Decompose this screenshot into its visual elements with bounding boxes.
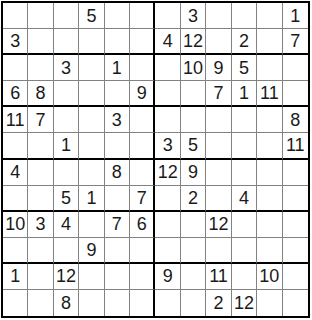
given-digit: 1 — [239, 84, 249, 102]
sudoku-board: 5313412273110956897111117381351148129517… — [1, 1, 310, 318]
given-digit: 11 — [209, 267, 228, 285]
given-digit: 12 — [234, 294, 254, 312]
given-digit: 3 — [163, 136, 173, 154]
cell-r9c12[interactable] — [283, 212, 308, 238]
cell-r8c5[interactable] — [105, 186, 130, 212]
cell-r6c12[interactable]: 11 — [283, 133, 308, 159]
cell-r6c6[interactable] — [130, 133, 155, 159]
given-digit: 12 — [209, 215, 229, 233]
given-digit: 9 — [86, 241, 96, 259]
cell-r5c12[interactable]: 8 — [283, 107, 308, 133]
cell-r4c9[interactable]: 7 — [206, 81, 231, 107]
cell-r8c7[interactable] — [155, 186, 180, 212]
given-digit: 7 — [112, 215, 122, 233]
cell-r3c5[interactable]: 1 — [105, 55, 130, 81]
cell-r4c1[interactable]: 6 — [3, 81, 28, 107]
cell-r7c12[interactable] — [283, 160, 308, 186]
given-digit: 3 — [36, 215, 46, 233]
given-digit: 8 — [61, 294, 71, 312]
given-digit: 11 — [6, 111, 25, 129]
cell-r7c6[interactable] — [130, 160, 155, 186]
cell-r3c12[interactable] — [283, 55, 308, 81]
given-digit: 9 — [214, 59, 224, 77]
cell-r5c7[interactable] — [155, 107, 180, 133]
given-digit: 7 — [290, 32, 300, 50]
cell-r11c7[interactable]: 9 — [155, 264, 180, 290]
given-digit: 1 — [86, 189, 96, 207]
cell-r9c2[interactable]: 3 — [28, 212, 53, 238]
given-digit: 4 — [10, 163, 20, 181]
cell-r2c12[interactable]: 7 — [283, 29, 308, 55]
cell-r1c2[interactable] — [28, 3, 53, 29]
given-digit: 12 — [56, 267, 76, 285]
cell-r7c1[interactable]: 4 — [3, 160, 28, 186]
cell-r2c7[interactable]: 4 — [155, 29, 180, 55]
cell-r9c7[interactable] — [155, 212, 180, 238]
cell-r12c12[interactable] — [283, 290, 308, 316]
cell-r9c6[interactable]: 6 — [130, 212, 155, 238]
cell-r6c8[interactable]: 5 — [181, 133, 206, 159]
cell-r10c9[interactable] — [206, 238, 231, 264]
cell-r9c10[interactable] — [232, 212, 257, 238]
cell-r2c6[interactable] — [130, 29, 155, 55]
cell-r5c6[interactable] — [130, 107, 155, 133]
cell-r12c10[interactable]: 12 — [232, 290, 257, 316]
cell-r12c9[interactable]: 2 — [206, 290, 231, 316]
cell-r12c2[interactable] — [28, 290, 53, 316]
cell-r12c7[interactable] — [155, 290, 180, 316]
cell-r7c2[interactable] — [28, 160, 53, 186]
given-digit: 3 — [10, 32, 20, 50]
cell-r10c8[interactable] — [181, 238, 206, 264]
cell-r1c6[interactable] — [130, 3, 155, 29]
cell-r6c3[interactable]: 1 — [54, 133, 79, 159]
cell-r10c6[interactable] — [130, 238, 155, 264]
cell-r6c9[interactable] — [206, 133, 231, 159]
cell-r8c2[interactable] — [28, 186, 53, 212]
cell-r1c1[interactable] — [3, 3, 28, 29]
given-digit: 3 — [188, 7, 198, 25]
cell-r2c8[interactable]: 12 — [181, 29, 206, 55]
given-digit: 7 — [137, 189, 147, 207]
cell-r8c6[interactable]: 7 — [130, 186, 155, 212]
given-digit: 3 — [112, 111, 122, 129]
cell-r8c3[interactable]: 5 — [54, 186, 79, 212]
given-digit: 1 — [10, 267, 20, 285]
cell-r4c7[interactable] — [155, 81, 180, 107]
cell-r10c4[interactable]: 9 — [79, 238, 104, 264]
cell-r10c7[interactable] — [155, 238, 180, 264]
given-digit: 4 — [61, 215, 71, 233]
cell-r4c12[interactable] — [283, 81, 308, 107]
given-digit: 10 — [183, 59, 203, 77]
cell-r3c6[interactable] — [130, 55, 155, 81]
cell-r3c11[interactable] — [257, 55, 282, 81]
cell-r1c10[interactable] — [232, 3, 257, 29]
cell-r9c11[interactable] — [257, 212, 282, 238]
given-digit: 1 — [290, 7, 300, 25]
cell-r1c12[interactable]: 1 — [283, 3, 308, 29]
cell-r11c11[interactable]: 10 — [257, 264, 282, 290]
cell-r1c3[interactable] — [54, 3, 79, 29]
cell-r8c4[interactable]: 1 — [79, 186, 104, 212]
given-digit: 11 — [260, 84, 279, 102]
cell-r11c12[interactable] — [283, 264, 308, 290]
given-digit: 2 — [188, 189, 198, 207]
given-digit: 5 — [86, 7, 96, 25]
cell-r2c10[interactable]: 2 — [232, 29, 257, 55]
cell-r4c5[interactable] — [105, 81, 130, 107]
cell-r9c4[interactable] — [79, 212, 104, 238]
cell-r5c5[interactable]: 3 — [105, 107, 130, 133]
given-digit: 10 — [259, 267, 279, 285]
cell-r5c10[interactable] — [232, 107, 257, 133]
given-digit: 11 — [286, 136, 305, 154]
cell-r8c8[interactable]: 2 — [181, 186, 206, 212]
cell-r7c11[interactable] — [257, 160, 282, 186]
cell-r4c6[interactable]: 9 — [130, 81, 155, 107]
given-digit: 7 — [36, 111, 46, 129]
given-digit: 5 — [61, 189, 71, 207]
cell-r6c4[interactable] — [79, 133, 104, 159]
cell-r6c11[interactable] — [257, 133, 282, 159]
cell-r9c8[interactable] — [181, 212, 206, 238]
given-digit: 2 — [214, 294, 224, 312]
cell-r3c4[interactable] — [79, 55, 104, 81]
cell-r3c3[interactable]: 3 — [54, 55, 79, 81]
cell-r1c9[interactable] — [206, 3, 231, 29]
cell-r1c4[interactable]: 5 — [79, 3, 104, 29]
cell-r7c8[interactable]: 9 — [181, 160, 206, 186]
cell-r7c7[interactable]: 12 — [155, 160, 180, 186]
cell-r12c11[interactable] — [257, 290, 282, 316]
cell-r12c5[interactable] — [105, 290, 130, 316]
cell-r10c3[interactable] — [54, 238, 79, 264]
cell-r4c10[interactable]: 1 — [232, 81, 257, 107]
cell-r8c12[interactable] — [283, 186, 308, 212]
cell-r11c1[interactable]: 1 — [3, 264, 28, 290]
given-digit: 5 — [188, 136, 198, 154]
cell-r1c8[interactable]: 3 — [181, 3, 206, 29]
cell-r11c3[interactable]: 12 — [54, 264, 79, 290]
cell-r2c5[interactable] — [105, 29, 130, 55]
cell-r11c5[interactable] — [105, 264, 130, 290]
cell-r7c5[interactable]: 8 — [105, 160, 130, 186]
given-digit: 9 — [188, 163, 198, 181]
cell-r3c1[interactable] — [3, 55, 28, 81]
cell-r10c2[interactable] — [28, 238, 53, 264]
cell-r5c2[interactable]: 7 — [28, 107, 53, 133]
cell-r11c8[interactable] — [181, 264, 206, 290]
cell-r5c1[interactable]: 11 — [3, 107, 28, 133]
given-digit: 6 — [10, 84, 20, 102]
cell-r8c9[interactable] — [206, 186, 231, 212]
cell-r7c9[interactable] — [206, 160, 231, 186]
cell-r12c8[interactable] — [181, 290, 206, 316]
cell-r7c3[interactable] — [54, 160, 79, 186]
cell-r2c11[interactable] — [257, 29, 282, 55]
given-digit: 6 — [137, 215, 147, 233]
given-digit: 1 — [112, 59, 122, 77]
cell-r12c4[interactable] — [79, 290, 104, 316]
given-digit: 5 — [239, 59, 249, 77]
given-digit: 2 — [239, 32, 249, 50]
cell-r4c11[interactable]: 11 — [257, 81, 282, 107]
cell-r8c11[interactable] — [257, 186, 282, 212]
cell-r6c5[interactable] — [105, 133, 130, 159]
cell-r4c8[interactable] — [181, 81, 206, 107]
cell-r6c1[interactable] — [3, 133, 28, 159]
cell-r2c3[interactable] — [54, 29, 79, 55]
cell-r11c10[interactable] — [232, 264, 257, 290]
cell-r10c5[interactable] — [105, 238, 130, 264]
cell-r5c8[interactable] — [181, 107, 206, 133]
given-digit: 10 — [5, 215, 25, 233]
cell-r6c7[interactable]: 3 — [155, 133, 180, 159]
puzzle-page: 5313412273110956897111117381351148129517… — [0, 0, 312, 320]
given-digit: 7 — [214, 84, 224, 102]
cell-r9c1[interactable]: 10 — [3, 212, 28, 238]
cell-r11c2[interactable] — [28, 264, 53, 290]
cell-r10c1[interactable] — [3, 238, 28, 264]
cell-r3c10[interactable]: 5 — [232, 55, 257, 81]
cell-r2c1[interactable]: 3 — [3, 29, 28, 55]
cell-r10c11[interactable] — [257, 238, 282, 264]
given-digit: 12 — [183, 32, 203, 50]
cell-r11c9[interactable]: 11 — [206, 264, 231, 290]
cell-r10c12[interactable] — [283, 238, 308, 264]
cell-r2c9[interactable] — [206, 29, 231, 55]
cell-r4c3[interactable] — [54, 81, 79, 107]
cell-r4c4[interactable] — [79, 81, 104, 107]
cell-r9c9[interactable]: 12 — [206, 212, 231, 238]
given-digit: 9 — [163, 267, 173, 285]
cell-r5c3[interactable] — [54, 107, 79, 133]
cell-r12c1[interactable] — [3, 290, 28, 316]
given-digit: 8 — [290, 111, 300, 129]
given-digit: 8 — [112, 163, 122, 181]
cell-r1c11[interactable] — [257, 3, 282, 29]
given-digit: 4 — [239, 189, 249, 207]
cell-r12c3[interactable]: 8 — [54, 290, 79, 316]
given-digit: 8 — [36, 84, 46, 102]
given-digit: 1 — [61, 136, 71, 154]
cell-r3c2[interactable] — [28, 55, 53, 81]
cell-r1c7[interactable] — [155, 3, 180, 29]
cell-r6c10[interactable] — [232, 133, 257, 159]
cell-r5c9[interactable] — [206, 107, 231, 133]
given-digit: 9 — [137, 84, 147, 102]
cell-r2c2[interactable] — [28, 29, 53, 55]
given-digit: 4 — [163, 32, 173, 50]
cell-r12c6[interactable] — [130, 290, 155, 316]
cell-r11c6[interactable] — [130, 264, 155, 290]
cell-r5c4[interactable] — [79, 107, 104, 133]
cell-r3c7[interactable] — [155, 55, 180, 81]
cell-r7c10[interactable] — [232, 160, 257, 186]
given-digit: 12 — [158, 163, 178, 181]
cell-r3c8[interactable]: 10 — [181, 55, 206, 81]
cell-r6c2[interactable] — [28, 133, 53, 159]
cell-r4c2[interactable]: 8 — [28, 81, 53, 107]
cell-r8c10[interactable]: 4 — [232, 186, 257, 212]
cell-r3c9[interactable]: 9 — [206, 55, 231, 81]
cell-r5c11[interactable] — [257, 107, 282, 133]
cell-r10c10[interactable] — [232, 238, 257, 264]
cell-r11c4[interactable] — [79, 264, 104, 290]
cell-r7c4[interactable] — [79, 160, 104, 186]
cell-r9c3[interactable]: 4 — [54, 212, 79, 238]
cell-r1c5[interactable] — [105, 3, 130, 29]
cell-r9c5[interactable]: 7 — [105, 212, 130, 238]
cell-r8c1[interactable] — [3, 186, 28, 212]
cell-r2c4[interactable] — [79, 29, 104, 55]
given-digit: 3 — [61, 59, 71, 77]
